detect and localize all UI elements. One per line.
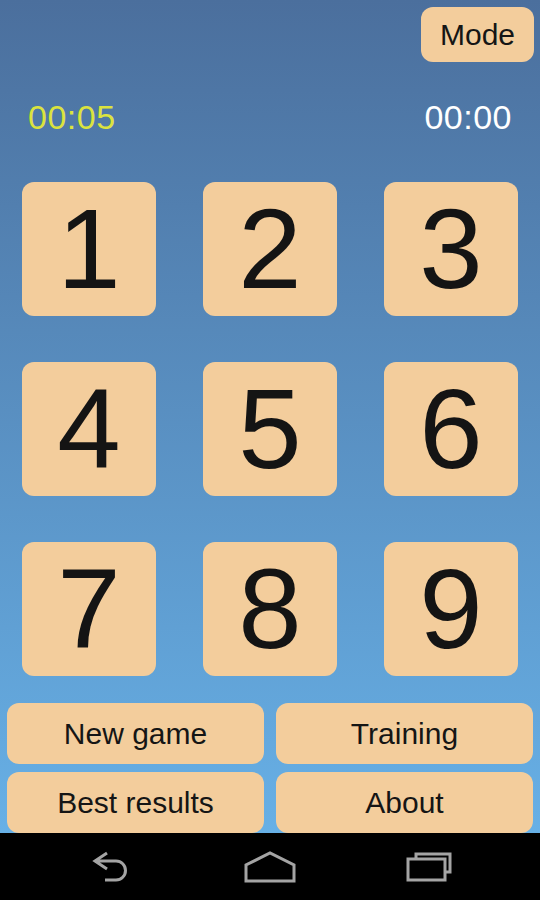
tile-3[interactable]: 3 [384, 182, 518, 316]
timer-best: 00:00 [424, 100, 512, 134]
tile-5[interactable]: 5 [203, 362, 337, 496]
number-board: 1 2 3 4 5 6 7 8 9 [22, 182, 518, 676]
app-screen: Mode 00:05 00:00 1 2 3 4 5 6 7 8 9 New g… [0, 0, 540, 900]
new-game-button[interactable]: New game [7, 703, 264, 764]
bottom-menu: New game Training Best results About [7, 703, 533, 833]
tile-1[interactable]: 1 [22, 182, 156, 316]
android-navigation-bar [0, 833, 540, 900]
tile-7[interactable]: 7 [22, 542, 156, 676]
training-button[interactable]: Training [276, 703, 533, 764]
about-button[interactable]: About [276, 772, 533, 833]
mode-button[interactable]: Mode [421, 7, 534, 62]
tile-8[interactable]: 8 [203, 542, 337, 676]
best-results-button[interactable]: Best results [7, 772, 264, 833]
back-icon[interactable] [88, 851, 134, 883]
tile-6[interactable]: 6 [384, 362, 518, 496]
tile-4[interactable]: 4 [22, 362, 156, 496]
recents-icon[interactable] [404, 851, 454, 883]
tile-9[interactable]: 9 [384, 542, 518, 676]
timer-elapsed: 00:05 [28, 100, 116, 134]
home-icon[interactable] [243, 851, 297, 883]
tile-2[interactable]: 2 [203, 182, 337, 316]
